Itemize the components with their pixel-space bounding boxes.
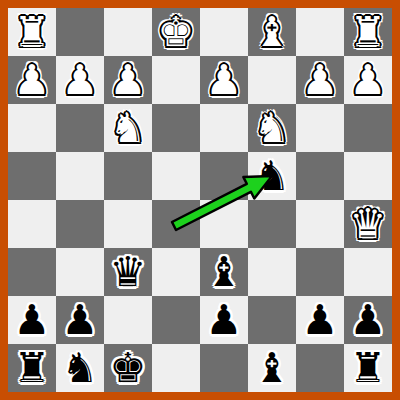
white-pawn-piece[interactable]: ♟ [350,60,387,101]
square-e8[interactable] [152,344,200,392]
square-f7[interactable] [104,296,152,344]
square-c3[interactable]: ♞ [248,104,296,152]
square-e7[interactable] [152,296,200,344]
white-pawn-piece[interactable]: ♟ [206,60,243,101]
square-g2[interactable]: ♟ [56,56,104,104]
white-queen-piece[interactable]: ♛ [350,204,387,245]
square-f4[interactable] [104,152,152,200]
white-pawn-piece[interactable]: ♟ [302,60,339,101]
square-f1[interactable] [104,8,152,56]
square-b4[interactable] [296,152,344,200]
square-b3[interactable] [296,104,344,152]
square-b6[interactable] [296,248,344,296]
black-king-piece[interactable]: ♚ [110,348,147,389]
square-e6[interactable] [152,248,200,296]
square-a3[interactable] [344,104,392,152]
square-b5[interactable] [296,200,344,248]
black-bishop-piece[interactable]: ♝ [206,252,243,293]
square-d8[interactable] [200,344,248,392]
square-a2[interactable]: ♟ [344,56,392,104]
square-h7[interactable]: ♟ [8,296,56,344]
square-a4[interactable] [344,152,392,200]
white-pawn-piece[interactable]: ♟ [62,60,99,101]
square-f2[interactable]: ♟ [104,56,152,104]
white-rook-piece[interactable]: ♜ [14,12,51,53]
white-knight-piece[interactable]: ♞ [110,108,147,149]
square-b7[interactable]: ♟ [296,296,344,344]
black-pawn-piece[interactable]: ♟ [302,300,339,341]
board-frame: ♜♚♝♜♟♟♟♟♟♟♞♞♞♛♛♝♟♟♟♟♟♜♞♚♝♜ [0,0,400,400]
square-c1[interactable]: ♝ [248,8,296,56]
square-h5[interactable] [8,200,56,248]
square-c7[interactable] [248,296,296,344]
square-g3[interactable] [56,104,104,152]
square-h8[interactable]: ♜ [8,344,56,392]
square-d7[interactable]: ♟ [200,296,248,344]
square-f5[interactable] [104,200,152,248]
square-h4[interactable] [8,152,56,200]
square-d3[interactable] [200,104,248,152]
square-a1[interactable]: ♜ [344,8,392,56]
square-g1[interactable] [56,8,104,56]
white-pawn-piece[interactable]: ♟ [14,60,51,101]
black-knight-piece[interactable]: ♞ [62,348,99,389]
square-a6[interactable] [344,248,392,296]
square-g5[interactable] [56,200,104,248]
square-b8[interactable] [296,344,344,392]
black-knight-piece[interactable]: ♞ [254,156,291,197]
square-d4[interactable] [200,152,248,200]
square-c5[interactable] [248,200,296,248]
black-pawn-piece[interactable]: ♟ [206,300,243,341]
chess-board: ♜♚♝♜♟♟♟♟♟♟♞♞♞♛♛♝♟♟♟♟♟♜♞♚♝♜ [8,8,392,392]
square-b1[interactable] [296,8,344,56]
square-d6[interactable]: ♝ [200,248,248,296]
black-pawn-piece[interactable]: ♟ [62,300,99,341]
white-king-piece[interactable]: ♚ [158,12,195,53]
square-c6[interactable] [248,248,296,296]
white-knight-piece[interactable]: ♞ [254,108,291,149]
square-f3[interactable]: ♞ [104,104,152,152]
black-rook-piece[interactable]: ♜ [350,348,387,389]
white-rook-piece[interactable]: ♜ [350,12,387,53]
square-b2[interactable]: ♟ [296,56,344,104]
square-h3[interactable] [8,104,56,152]
square-h1[interactable]: ♜ [8,8,56,56]
black-pawn-piece[interactable]: ♟ [350,300,387,341]
white-bishop-piece[interactable]: ♝ [254,12,291,53]
square-g4[interactable] [56,152,104,200]
square-g7[interactable]: ♟ [56,296,104,344]
black-pawn-piece[interactable]: ♟ [14,300,51,341]
square-g8[interactable]: ♞ [56,344,104,392]
black-bishop-piece[interactable]: ♝ [254,348,291,389]
square-f6[interactable]: ♛ [104,248,152,296]
square-c4[interactable]: ♞ [248,152,296,200]
black-queen-piece[interactable]: ♛ [110,252,147,293]
square-a8[interactable]: ♜ [344,344,392,392]
square-g6[interactable] [56,248,104,296]
white-pawn-piece[interactable]: ♟ [110,60,147,101]
square-e3[interactable] [152,104,200,152]
square-e1[interactable]: ♚ [152,8,200,56]
square-h6[interactable] [8,248,56,296]
square-e2[interactable] [152,56,200,104]
square-e5[interactable] [152,200,200,248]
square-f8[interactable]: ♚ [104,344,152,392]
square-a7[interactable]: ♟ [344,296,392,344]
square-d2[interactable]: ♟ [200,56,248,104]
square-c2[interactable] [248,56,296,104]
black-rook-piece[interactable]: ♜ [14,348,51,389]
square-d5[interactable] [200,200,248,248]
square-h2[interactable]: ♟ [8,56,56,104]
square-e4[interactable] [152,152,200,200]
square-d1[interactable] [200,8,248,56]
square-a5[interactable]: ♛ [344,200,392,248]
square-c8[interactable]: ♝ [248,344,296,392]
